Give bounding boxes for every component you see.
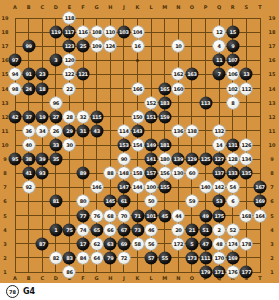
coord-row-right: 1 (270, 270, 273, 275)
coord-row-left: 6 (3, 199, 6, 204)
grid-vline (260, 18, 261, 273)
stone-E14: 22 (63, 82, 76, 95)
coord-row-left: 3 (3, 241, 6, 246)
stone-G17: 109 (90, 40, 103, 53)
stone-S8: 135 (240, 167, 253, 180)
coord-col-top: N (176, 5, 180, 10)
stone-D6: 81 (49, 195, 62, 208)
stone-O6: 59 (185, 195, 198, 208)
stone-J7: 147 (117, 181, 130, 194)
stone-K18: 104 (131, 26, 144, 39)
stone-G11: 43 (90, 124, 103, 137)
coord-row-right: 3 (270, 241, 273, 246)
coord-col-top: P (204, 5, 208, 10)
stone-O2: 173 (185, 251, 198, 264)
stone-E12: 28 (63, 110, 76, 123)
stone-R2: 169 (226, 251, 239, 264)
stone-E17: 123 (63, 40, 76, 53)
coord-col-top: H (108, 5, 112, 10)
stone-J4: 67 (117, 223, 130, 236)
stone-R10: 131 (226, 139, 239, 152)
stone-H5: 68 (104, 209, 117, 222)
stone-N15: 162 (172, 68, 185, 81)
stone-S14: 112 (240, 82, 253, 95)
stone-S9: 134 (240, 153, 253, 166)
stone-E1: 86 (63, 266, 76, 279)
stone-R16: 107 (226, 54, 239, 67)
stone-J6: 61 (117, 195, 130, 208)
stone-D12: 27 (49, 110, 62, 123)
stone-J11: 114 (117, 124, 130, 137)
stone-B7: 92 (22, 181, 35, 194)
coord-col-bottom: C (40, 276, 44, 281)
stone-Q6: 53 (213, 195, 226, 208)
stone-F4: 74 (77, 223, 90, 236)
stone-Q7: 142 (213, 181, 226, 194)
coord-row-left: 5 (3, 213, 6, 218)
stone-L5: 101 (145, 209, 158, 222)
coord-col-bottom: K (136, 276, 140, 281)
stone-Q17: 4 (213, 40, 226, 53)
stone-L12: 151 (145, 110, 158, 123)
coord-col-top: K (136, 5, 140, 10)
stone-B11: 36 (22, 124, 35, 137)
stone-C8: 93 (36, 167, 49, 180)
stone-M5: 45 (158, 209, 171, 222)
coord-col-top: L (150, 5, 153, 10)
stone-C14: 18 (36, 82, 49, 95)
stone-L7: 100 (145, 181, 158, 194)
stone-O4: 21 (185, 223, 198, 236)
stone-Q4: 2 (213, 223, 226, 236)
stone-L4: 46 (145, 223, 158, 236)
stone-H17: 124 (104, 40, 117, 53)
stone-D2: 82 (49, 251, 62, 264)
stone-Q8: 137 (213, 167, 226, 180)
stone-Q11: 132 (213, 124, 226, 137)
coord-row-right: 15 (269, 72, 276, 77)
stone-R18: 15 (226, 26, 239, 39)
stone-G3: 62 (90, 237, 103, 250)
stone-K10: 154 (131, 139, 144, 152)
stone-Q2: 170 (213, 251, 226, 264)
stone-F6: 80 (77, 195, 90, 208)
stone-J3: 69 (117, 237, 130, 250)
coord-row-right: 4 (270, 227, 273, 232)
coord-row-right: 11 (269, 128, 276, 133)
coord-row-right: 12 (269, 114, 276, 119)
stone-H4: 66 (104, 223, 117, 236)
stone-D13: 96 (49, 96, 62, 109)
coord-col-top: F (81, 5, 84, 10)
coord-row-left: 11 (2, 128, 9, 133)
coord-col-top: M (162, 5, 167, 10)
stone-O15: 163 (185, 68, 198, 81)
stone-M13: 183 (158, 96, 171, 109)
stone-M12: 159 (158, 110, 171, 123)
stone-K14: 166 (131, 82, 144, 95)
stone-S10: 126 (240, 139, 253, 152)
stone-Q16: 11 (213, 54, 226, 67)
coord-col-bottom: T (258, 276, 261, 281)
coord-row-left: 15 (2, 72, 9, 77)
stone-C9: 39 (36, 153, 49, 166)
coord-row-left: 10 (2, 143, 9, 148)
stone-M14: 165 (158, 82, 171, 95)
coord-row-right: 5 (270, 213, 273, 218)
coord-col-bottom: M (162, 276, 167, 281)
stone-N9: 139 (172, 153, 185, 166)
stone-F17: 25 (77, 40, 90, 53)
stone-R14: 102 (226, 82, 239, 95)
coord-col-top: T (258, 5, 261, 10)
stone-B10: 40 (22, 139, 35, 152)
coord-col-top: Q (217, 5, 221, 10)
stone-K11: 143 (131, 124, 144, 137)
coord-col-top: G (95, 5, 99, 10)
stone-S15: 13 (240, 68, 253, 81)
stone-B12: 37 (22, 110, 35, 123)
stone-E18: 117 (63, 26, 76, 39)
stone-O3: 5 (185, 237, 198, 250)
stone-O8: 60 (185, 167, 198, 180)
stone-A15: 94 (9, 68, 22, 81)
stone-J9: 90 (117, 153, 130, 166)
stone-N14: 160 (172, 82, 185, 95)
stone-C3: 87 (36, 237, 49, 250)
stone-B9: 38 (22, 153, 35, 166)
stone-R7: 54 (226, 181, 239, 194)
stone-B17: 99 (22, 40, 35, 53)
stone-E16: 120 (63, 54, 76, 67)
stone-A16: 97 (9, 54, 22, 67)
stone-S3: 178 (240, 237, 253, 250)
stone-N4: 20 (172, 223, 185, 236)
coord-col-top: O (190, 5, 194, 10)
coord-col-top: C (40, 5, 44, 10)
stone-E10: 30 (63, 139, 76, 152)
stone-L8: 157 (145, 167, 158, 180)
stone-J18: 103 (117, 26, 130, 39)
stone-L13: 152 (145, 96, 158, 109)
coord-row-left: 8 (3, 171, 6, 176)
stone-H18: 110 (104, 26, 117, 39)
coord-row-right: 17 (269, 44, 276, 49)
stone-N8: 130 (172, 167, 185, 180)
coord-row-right: 2 (270, 255, 273, 260)
stone-R8: 133 (226, 167, 239, 180)
stone-D10: 33 (49, 139, 62, 152)
stone-F2: 84 (77, 251, 90, 264)
stone-P2: 111 (199, 251, 212, 264)
stone-R13: 8 (226, 96, 239, 109)
coord-row-left: 12 (2, 114, 9, 119)
coord-col-top: D (54, 5, 58, 10)
stone-B15: 91 (22, 68, 35, 81)
stone-K3: 58 (131, 237, 144, 250)
stone-Q18: 12 (213, 26, 226, 39)
stone-P4: 51 (199, 223, 212, 236)
stone-G7: 146 (90, 181, 103, 194)
stone-H2: 79 (104, 251, 117, 264)
stone-B8: 41 (22, 167, 35, 180)
coord-row-right: 19 (269, 16, 276, 21)
stone-L2: 57 (145, 251, 158, 264)
stone-F3: 17 (77, 237, 90, 250)
coord-col-bottom: J (123, 276, 125, 281)
stone-F18: 116 (77, 26, 90, 39)
stone-Q3: 48 (213, 237, 226, 250)
stone-M10: 181 (158, 139, 171, 152)
stone-G5: 76 (90, 209, 103, 222)
stone-J8: 148 (117, 167, 130, 180)
coord-row-left: 16 (2, 58, 9, 63)
stone-H6: 145 (104, 195, 117, 208)
ko-move-stone-icon: 78 (6, 285, 19, 298)
coord-row-left: 13 (2, 100, 9, 105)
stone-T7: 167 (254, 181, 267, 194)
coord-col-bottom: B (27, 276, 31, 281)
stone-F15: 121 (77, 68, 90, 81)
stone-K5: 71 (131, 209, 144, 222)
stone-N17: 10 (172, 40, 185, 53)
stone-D4: 1 (49, 223, 62, 236)
stone-R4: 52 (226, 223, 239, 236)
stone-E4: 75 (63, 223, 76, 236)
stone-N3: 172 (172, 237, 185, 250)
stone-M9: 180 (158, 153, 171, 166)
stone-A12: 42 (9, 110, 22, 123)
stone-H3: 63 (104, 237, 117, 250)
coord-col-top: J (123, 5, 125, 10)
stone-P5: 49 (199, 209, 212, 222)
stone-G12: 115 (90, 110, 103, 123)
coord-col-bottom: D (54, 276, 58, 281)
grid-vline (42, 18, 43, 273)
stone-J10: 153 (117, 139, 130, 152)
stone-K7: 144 (131, 181, 144, 194)
stone-A9: 95 (9, 153, 22, 166)
coord-row-right: 16 (269, 58, 276, 63)
ko-point-label: G4 (23, 287, 35, 296)
stone-C12: 19 (36, 110, 49, 123)
stone-K8: 158 (131, 167, 144, 180)
coord-row-right: 6 (270, 199, 273, 204)
coord-col-bottom: L (150, 276, 153, 281)
stone-D9: 35 (49, 153, 62, 166)
stone-Q9: 127 (213, 153, 226, 166)
stone-Q1: 171 (213, 266, 226, 279)
stone-R15: 106 (226, 68, 239, 81)
coord-row-left: 9 (3, 157, 6, 162)
stone-L10: 149 (145, 139, 158, 152)
coord-row-left: 4 (3, 227, 6, 232)
stone-R1: 176 (226, 266, 239, 279)
ko-caption: 78 G4 (6, 283, 279, 300)
stone-E2: 83 (63, 251, 76, 264)
coord-col-bottom: A (13, 276, 17, 281)
stone-N11: 136 (172, 124, 185, 137)
stone-G2: 64 (90, 251, 103, 264)
coord-row-left: 14 (2, 86, 9, 91)
stone-D16: 3 (49, 54, 62, 67)
stone-F8: 89 (77, 167, 90, 180)
coord-col-top: S (245, 5, 249, 10)
stone-F5: 77 (77, 209, 90, 222)
coord-col-top: R (231, 5, 235, 10)
stone-P13: 113 (199, 96, 212, 109)
stone-N5: 44 (172, 209, 185, 222)
stone-T6: 169 (254, 195, 267, 208)
stone-E19: 118 (63, 12, 76, 25)
stone-R9: 128 (226, 153, 239, 166)
coord-row-right: 13 (269, 100, 276, 105)
stone-Q5: 175 (213, 209, 226, 222)
coord-col-top: E (68, 5, 71, 10)
coord-col-bottom: G (95, 276, 99, 281)
star-point (136, 59, 139, 62)
stone-M7: 155 (158, 181, 171, 194)
coord-row-left: 1 (3, 270, 6, 275)
stone-M2: 55 (158, 251, 171, 264)
stone-S1: 177 (240, 266, 253, 279)
stone-E15: 122 (63, 68, 76, 81)
coord-col-bottom: F (81, 276, 84, 281)
stone-M8: 156 (158, 167, 171, 180)
go-board[interactable]: AABBCCDDEEFFGGHHJJKKLLMMNNOOPPQQRRSSTT19… (0, 0, 279, 283)
stone-R3: 174 (226, 237, 239, 250)
stone-F12: 32 (77, 110, 90, 123)
stone-Q15: 7 (213, 68, 226, 81)
stone-F11: 31 (77, 124, 90, 137)
coord-col-bottom: H (108, 276, 112, 281)
stone-G18: 108 (90, 26, 103, 39)
stone-R6: 6 (226, 195, 239, 208)
coord-col-top: A (13, 5, 17, 10)
coord-col-top: B (27, 5, 31, 10)
stone-C11: 34 (36, 124, 49, 137)
coord-row-right: 9 (270, 157, 273, 162)
stone-G4: 65 (90, 223, 103, 236)
coord-col-bottom: O (190, 276, 194, 281)
stone-S5: 168 (240, 209, 253, 222)
stone-L9: 141 (145, 153, 158, 166)
go-kifu-diagram: AABBCCDDEEFFGGHHJJKKLLMMNNOOPPQQRRSSTT19… (0, 0, 279, 300)
stone-E11: 29 (63, 124, 76, 137)
stone-D18: 119 (49, 26, 62, 39)
coord-row-right: 7 (270, 185, 273, 190)
coord-row-right: 10 (269, 143, 276, 148)
grid-hline (15, 18, 261, 19)
stone-Q10: 14 (213, 139, 226, 152)
coord-row-right: 8 (270, 171, 273, 176)
stone-P1: 179 (199, 266, 212, 279)
stone-J2: 72 (117, 251, 130, 264)
stone-T5: 164 (254, 209, 267, 222)
coord-row-left: 7 (3, 185, 6, 190)
stone-L3: 56 (145, 237, 158, 250)
stone-D11: 26 (49, 124, 62, 137)
stone-K12: 150 (131, 110, 144, 123)
stone-P9: 125 (199, 153, 212, 166)
stone-P3: 47 (199, 237, 212, 250)
coord-row-left: 17 (2, 44, 9, 49)
stone-R17: 9 (226, 40, 239, 53)
stone-O9: 129 (185, 153, 198, 166)
stone-H8: 88 (104, 167, 117, 180)
stone-B14: 24 (22, 82, 35, 95)
stone-O11: 138 (185, 124, 198, 137)
coord-col-bottom: N (176, 276, 180, 281)
stone-K17: 16 (131, 40, 144, 53)
stone-C15: 23 (36, 68, 49, 81)
coord-row-left: 18 (2, 30, 9, 35)
stone-P7: 140 (199, 181, 212, 194)
coord-row-right: 18 (269, 30, 276, 35)
coord-row-left: 19 (2, 16, 9, 21)
stone-L6: 50 (145, 195, 158, 208)
stone-J5: 70 (117, 209, 130, 222)
stone-K4: 73 (131, 223, 144, 236)
coord-row-left: 2 (3, 255, 6, 260)
coord-row-right: 14 (269, 86, 276, 91)
stone-A14: 98 (9, 82, 22, 95)
